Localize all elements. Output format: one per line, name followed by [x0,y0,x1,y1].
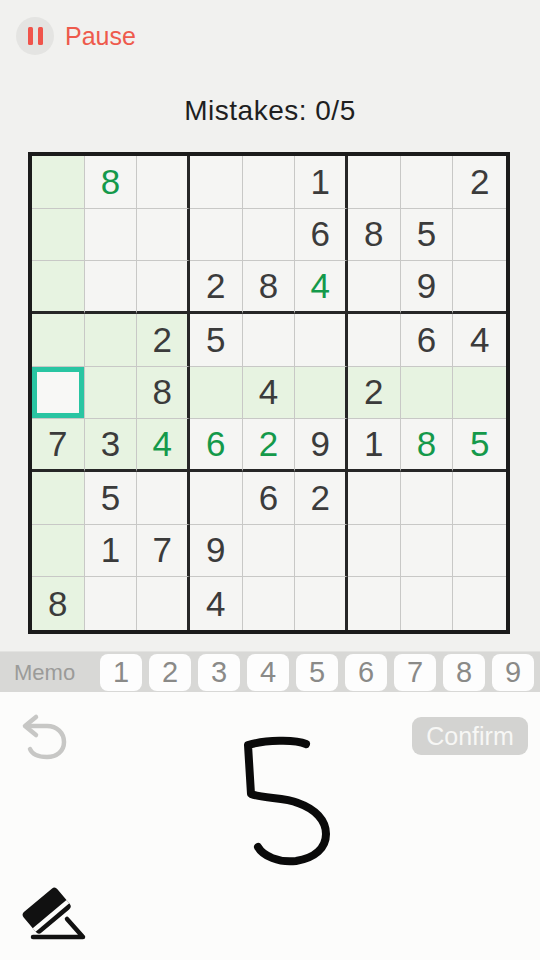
cell-r3c9[interactable] [453,261,506,314]
sudoku-board: 8126852849256484273462918556217984 [28,152,510,634]
cell-r5c3[interactable]: 8 [137,367,190,420]
cell-r2c8[interactable]: 5 [401,209,454,262]
cell-r5c4[interactable] [190,367,243,420]
cell-r9c6[interactable] [295,577,348,630]
cell-r1c5[interactable] [243,156,296,209]
cell-r6c9[interactable]: 5 [453,419,506,472]
cell-r5c8[interactable] [401,367,454,420]
mistakes-counter: Mistakes: 0/5 [0,95,540,127]
cell-r2c6[interactable]: 6 [295,209,348,262]
cell-r9c1[interactable]: 8 [32,577,85,630]
handwriting-area[interactable]: Confirm [0,692,540,960]
memo-number-8[interactable]: 8 [443,654,485,691]
sudoku-app: Pause Mistakes: 0/5 81268528492564842734… [0,0,540,960]
cell-r8c9[interactable] [453,525,506,578]
cell-r9c2[interactable] [85,577,138,630]
memo-bar: Memo 123456789 [0,651,540,693]
cell-r1c3[interactable] [137,156,190,209]
cell-r7c3[interactable] [137,472,190,525]
memo-number-6[interactable]: 6 [345,654,387,691]
pause-icon [16,17,54,55]
cell-r6c5[interactable]: 2 [243,419,296,472]
cell-r2c9[interactable] [453,209,506,262]
cell-r2c7[interactable]: 8 [348,209,401,262]
handwritten-digit [225,728,345,873]
cell-r6c4[interactable]: 6 [190,419,243,472]
cell-r1c4[interactable] [190,156,243,209]
cell-r9c4[interactable]: 4 [190,577,243,630]
eraser-icon[interactable] [15,885,89,943]
pause-button[interactable]: Pause [16,17,136,55]
cell-r6c3[interactable]: 4 [137,419,190,472]
cell-r4c4[interactable]: 5 [190,314,243,367]
number-buttons: 123456789 [100,654,534,691]
cell-r8c6[interactable] [295,525,348,578]
cell-r4c1[interactable] [32,314,85,367]
cell-r8c7[interactable] [348,525,401,578]
cell-r3c7[interactable] [348,261,401,314]
cell-r9c7[interactable] [348,577,401,630]
cell-r8c2[interactable]: 1 [85,525,138,578]
cell-r4c7[interactable] [348,314,401,367]
cell-r1c6[interactable]: 1 [295,156,348,209]
cell-r8c1[interactable] [32,525,85,578]
cell-r2c2[interactable] [85,209,138,262]
cell-r8c4[interactable]: 9 [190,525,243,578]
memo-number-9[interactable]: 9 [492,654,534,691]
memo-number-2[interactable]: 2 [149,654,191,691]
cell-r2c4[interactable] [190,209,243,262]
cell-r3c8[interactable]: 9 [401,261,454,314]
memo-number-5[interactable]: 5 [296,654,338,691]
cell-r4c9[interactable]: 4 [453,314,506,367]
cell-r9c3[interactable] [137,577,190,630]
cell-r4c3[interactable]: 2 [137,314,190,367]
cell-r1c9[interactable]: 2 [453,156,506,209]
cell-r6c7[interactable]: 1 [348,419,401,472]
cell-r2c1[interactable] [32,209,85,262]
cell-r5c7[interactable]: 2 [348,367,401,420]
cell-r2c3[interactable] [137,209,190,262]
cell-r7c2[interactable]: 5 [85,472,138,525]
cell-r3c5[interactable]: 8 [243,261,296,314]
selected-cell-r5c1[interactable] [32,367,85,420]
pause-label: Pause [65,22,136,51]
confirm-button[interactable]: Confirm [412,717,528,755]
cell-r7c6[interactable]: 2 [295,472,348,525]
cell-r1c2[interactable]: 8 [85,156,138,209]
cell-r1c8[interactable] [401,156,454,209]
cell-r7c1[interactable] [32,472,85,525]
undo-icon[interactable] [20,712,68,762]
memo-number-1[interactable]: 1 [100,654,142,691]
cell-r8c3[interactable]: 7 [137,525,190,578]
cell-r8c8[interactable] [401,525,454,578]
cell-r4c6[interactable] [295,314,348,367]
memo-toggle[interactable]: Memo [14,652,75,693]
cell-r3c2[interactable] [85,261,138,314]
cell-r1c7[interactable] [348,156,401,209]
cell-r3c1[interactable] [32,261,85,314]
cell-r4c5[interactable] [243,314,296,367]
cell-r6c1[interactable]: 7 [32,419,85,472]
cell-r9c5[interactable] [243,577,296,630]
cell-r4c2[interactable] [85,314,138,367]
cell-r2c5[interactable] [243,209,296,262]
cell-r7c5[interactable]: 6 [243,472,296,525]
cell-r9c9[interactable] [453,577,506,630]
cell-r5c5[interactable]: 4 [243,367,296,420]
memo-number-4[interactable]: 4 [247,654,289,691]
cell-r3c6[interactable]: 4 [295,261,348,314]
cell-r4c8[interactable]: 6 [401,314,454,367]
cell-r6c6[interactable]: 9 [295,419,348,472]
cell-r7c7[interactable] [348,472,401,525]
cell-r3c3[interactable] [137,261,190,314]
cell-r7c4[interactable] [190,472,243,525]
cell-r5c6[interactable] [295,367,348,420]
cell-r7c8[interactable] [401,472,454,525]
cell-r9c8[interactable] [401,577,454,630]
memo-number-3[interactable]: 3 [198,654,240,691]
cell-r5c9[interactable] [453,367,506,420]
cell-r7c9[interactable] [453,472,506,525]
cell-r8c5[interactable] [243,525,296,578]
cell-r6c8[interactable]: 8 [401,419,454,472]
memo-number-7[interactable]: 7 [394,654,436,691]
cell-r1c1[interactable] [32,156,85,209]
cell-r3c4[interactable]: 2 [190,261,243,314]
cell-r5c2[interactable] [85,367,138,420]
cell-r6c2[interactable]: 3 [85,419,138,472]
